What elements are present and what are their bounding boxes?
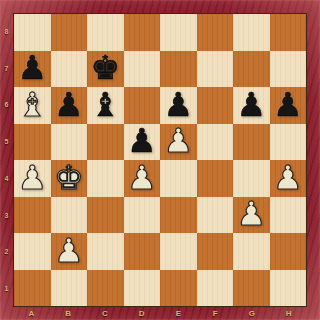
file-label-c: C: [87, 307, 124, 320]
rank-label-8: 8: [0, 13, 13, 50]
square-a4[interactable]: ♟: [14, 160, 51, 197]
black-pawn-d5[interactable]: ♟: [127, 124, 157, 157]
square-h5[interactable]: [270, 124, 307, 161]
rank-label-4: 4: [0, 160, 13, 197]
rank-label-5: 5: [0, 123, 13, 160]
rank-label-7: 7: [0, 50, 13, 87]
square-g8[interactable]: [233, 14, 270, 51]
square-g1[interactable]: [233, 270, 270, 307]
square-a3[interactable]: [14, 197, 51, 234]
square-c6[interactable]: ♝: [87, 87, 124, 124]
square-h3[interactable]: [270, 197, 307, 234]
white-pawn-b2[interactable]: ♟: [54, 234, 84, 267]
square-d5[interactable]: ♟: [124, 124, 161, 161]
black-king-c7[interactable]: ♚: [90, 51, 120, 84]
square-d8[interactable]: [124, 14, 161, 51]
board-grid: ♟♚♝♟♝♟♟♟♟♟♟♚♟♟♟♟: [13, 13, 307, 307]
square-e5[interactable]: ♟: [160, 124, 197, 161]
file-label-h: H: [270, 307, 307, 320]
square-h4[interactable]: ♟: [270, 160, 307, 197]
square-f4[interactable]: [197, 160, 234, 197]
rank-label-6: 6: [0, 87, 13, 124]
file-label-e: E: [160, 307, 197, 320]
square-b3[interactable]: [51, 197, 88, 234]
square-f6[interactable]: [197, 87, 234, 124]
square-d6[interactable]: [124, 87, 161, 124]
file-label-f: F: [197, 307, 234, 320]
square-f3[interactable]: [197, 197, 234, 234]
rank-label-2: 2: [0, 234, 13, 271]
square-d1[interactable]: [124, 270, 161, 307]
white-pawn-d4[interactable]: ♟: [127, 161, 157, 194]
square-e8[interactable]: [160, 14, 197, 51]
square-e4[interactable]: [160, 160, 197, 197]
square-a6[interactable]: ♝: [14, 87, 51, 124]
square-c3[interactable]: [87, 197, 124, 234]
square-g4[interactable]: [233, 160, 270, 197]
black-bishop-c6[interactable]: ♝: [90, 88, 120, 121]
square-d3[interactable]: [124, 197, 161, 234]
square-b6[interactable]: ♟: [51, 87, 88, 124]
square-b5[interactable]: [51, 124, 88, 161]
square-a7[interactable]: ♟: [14, 51, 51, 88]
square-h1[interactable]: [270, 270, 307, 307]
square-g5[interactable]: [233, 124, 270, 161]
square-f5[interactable]: [197, 124, 234, 161]
square-h8[interactable]: [270, 14, 307, 51]
square-g7[interactable]: [233, 51, 270, 88]
square-e6[interactable]: ♟: [160, 87, 197, 124]
square-b8[interactable]: [51, 14, 88, 51]
rank-labels: 87654321: [0, 13, 13, 307]
white-king-b4[interactable]: ♚: [54, 161, 84, 194]
square-e2[interactable]: [160, 233, 197, 270]
square-b4[interactable]: ♚: [51, 160, 88, 197]
square-e3[interactable]: [160, 197, 197, 234]
square-h2[interactable]: [270, 233, 307, 270]
rank-label-1: 1: [0, 270, 13, 307]
square-c7[interactable]: ♚: [87, 51, 124, 88]
square-a2[interactable]: [14, 233, 51, 270]
square-g3[interactable]: ♟: [233, 197, 270, 234]
chessboard: 87654321 ABCDEFGH ♟♚♝♟♝♟♟♟♟♟♟♚♟♟♟♟: [0, 0, 320, 320]
square-d4[interactable]: ♟: [124, 160, 161, 197]
white-pawn-a4[interactable]: ♟: [17, 161, 47, 194]
square-a1[interactable]: [14, 270, 51, 307]
square-b2[interactable]: ♟: [51, 233, 88, 270]
rank-label-3: 3: [0, 197, 13, 234]
black-pawn-h6[interactable]: ♟: [273, 88, 303, 121]
square-e7[interactable]: [160, 51, 197, 88]
black-pawn-g6[interactable]: ♟: [236, 88, 266, 121]
square-c5[interactable]: [87, 124, 124, 161]
square-h7[interactable]: [270, 51, 307, 88]
file-label-d: D: [123, 307, 160, 320]
square-f1[interactable]: [197, 270, 234, 307]
square-a5[interactable]: [14, 124, 51, 161]
white-bishop-a6[interactable]: ♝: [17, 88, 47, 121]
square-g6[interactable]: ♟: [233, 87, 270, 124]
square-c2[interactable]: [87, 233, 124, 270]
square-f2[interactable]: [197, 233, 234, 270]
black-pawn-e6[interactable]: ♟: [163, 88, 193, 121]
square-g2[interactable]: [233, 233, 270, 270]
square-e1[interactable]: [160, 270, 197, 307]
file-label-b: B: [50, 307, 87, 320]
white-pawn-g3[interactable]: ♟: [236, 197, 266, 230]
square-h6[interactable]: ♟: [270, 87, 307, 124]
white-pawn-h4[interactable]: ♟: [273, 161, 303, 194]
square-d2[interactable]: [124, 233, 161, 270]
square-b1[interactable]: [51, 270, 88, 307]
square-c1[interactable]: [87, 270, 124, 307]
file-label-a: A: [13, 307, 50, 320]
white-pawn-e5[interactable]: ♟: [163, 124, 193, 157]
file-labels: ABCDEFGH: [13, 307, 307, 320]
square-f8[interactable]: [197, 14, 234, 51]
square-a8[interactable]: [14, 14, 51, 51]
square-d7[interactable]: [124, 51, 161, 88]
black-pawn-b6[interactable]: ♟: [54, 88, 84, 121]
file-label-g: G: [234, 307, 271, 320]
square-b7[interactable]: [51, 51, 88, 88]
square-c8[interactable]: [87, 14, 124, 51]
square-c4[interactable]: [87, 160, 124, 197]
black-pawn-a7[interactable]: ♟: [17, 51, 47, 84]
square-f7[interactable]: [197, 51, 234, 88]
